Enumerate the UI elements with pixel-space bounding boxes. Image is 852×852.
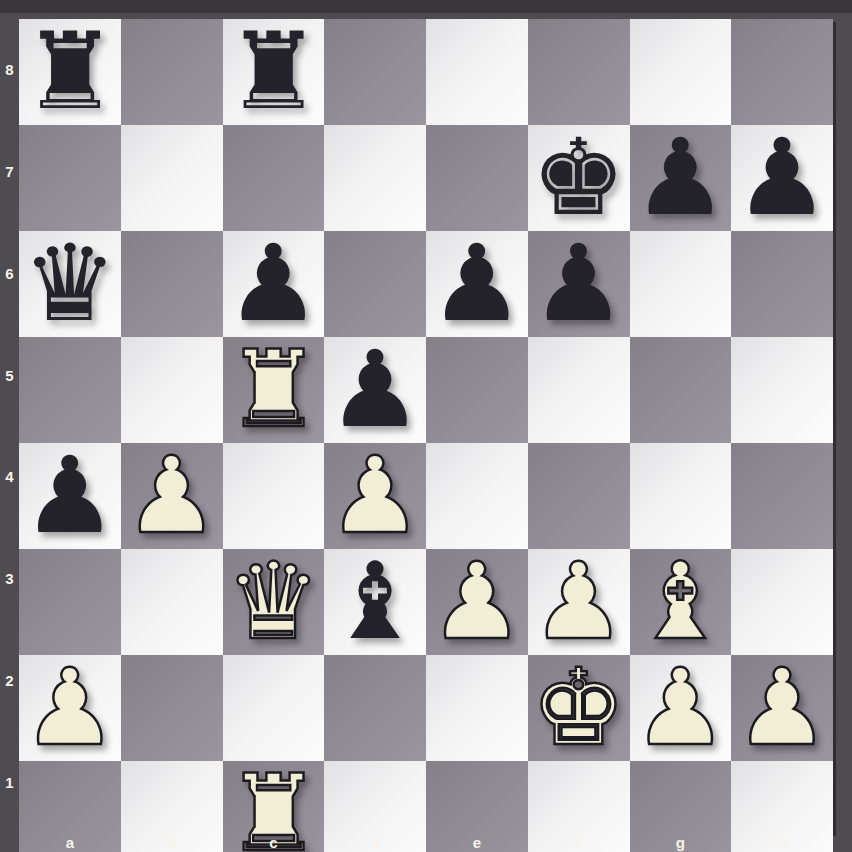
piece-white-rook[interactable]: ♜ (226, 337, 321, 443)
piece-white-pawn[interactable]: ♟ (429, 549, 524, 655)
file-label-g: g (630, 833, 732, 852)
square-c2[interactable] (223, 655, 325, 761)
square-d7[interactable] (324, 125, 426, 231)
square-b5[interactable] (121, 337, 223, 443)
square-c6[interactable]: ♟ (223, 231, 325, 337)
piece-white-pawn[interactable]: ♟ (531, 549, 626, 655)
chess-board: ♜♜♚♟♟♛♟♟♟♜♟♟♟♟♛♝♟♟♝♟♚♟♟♜ (19, 19, 833, 833)
square-e6[interactable]: ♟ (426, 231, 528, 337)
square-g8[interactable] (630, 19, 732, 125)
piece-white-king[interactable]: ♚ (531, 655, 626, 761)
file-label-d: d (324, 833, 426, 852)
square-c5[interactable]: ♜ (223, 337, 325, 443)
square-f2[interactable]: ♚ (528, 655, 630, 761)
piece-white-pawn[interactable]: ♟ (328, 443, 423, 549)
square-f4[interactable] (528, 443, 630, 549)
square-d4[interactable]: ♟ (324, 443, 426, 549)
piece-white-pawn[interactable]: ♟ (633, 655, 728, 761)
square-h3[interactable] (731, 549, 833, 655)
piece-black-bishop[interactable]: ♝ (328, 549, 423, 655)
piece-black-pawn[interactable]: ♟ (328, 337, 423, 443)
piece-white-pawn[interactable]: ♟ (124, 443, 219, 549)
square-f7[interactable]: ♚ (528, 125, 630, 231)
file-label-b: b (121, 833, 223, 852)
piece-white-bishop[interactable]: ♝ (633, 549, 728, 655)
piece-black-pawn[interactable]: ♟ (531, 231, 626, 337)
square-f6[interactable]: ♟ (528, 231, 630, 337)
square-h4[interactable] (731, 443, 833, 549)
square-h7[interactable]: ♟ (731, 125, 833, 231)
rank-label-5: 5 (0, 324, 19, 426)
square-c4[interactable] (223, 443, 325, 549)
square-e5[interactable] (426, 337, 528, 443)
square-d2[interactable] (324, 655, 426, 761)
square-b3[interactable] (121, 549, 223, 655)
square-c8[interactable]: ♜ (223, 19, 325, 125)
square-a2[interactable]: ♟ (19, 655, 121, 761)
piece-black-pawn[interactable]: ♟ (22, 443, 117, 549)
square-b7[interactable] (121, 125, 223, 231)
piece-black-pawn[interactable]: ♟ (226, 231, 321, 337)
square-a7[interactable] (19, 125, 121, 231)
rank-label-1: 1 (0, 731, 19, 833)
square-d3[interactable]: ♝ (324, 549, 426, 655)
square-b6[interactable] (121, 231, 223, 337)
square-a8[interactable]: ♜ (19, 19, 121, 125)
square-g7[interactable]: ♟ (630, 125, 732, 231)
square-h5[interactable] (731, 337, 833, 443)
square-b8[interactable] (121, 19, 223, 125)
square-d5[interactable]: ♟ (324, 337, 426, 443)
board-frame: ♜♜♚♟♟♛♟♟♟♜♟♟♟♟♛♝♟♟♝♟♚♟♟♜ 87654321 abcdef… (0, 0, 852, 852)
square-e8[interactable] (426, 19, 528, 125)
piece-white-pawn[interactable]: ♟ (735, 655, 830, 761)
square-h6[interactable] (731, 231, 833, 337)
square-b2[interactable] (121, 655, 223, 761)
file-label-h: h (731, 833, 833, 852)
square-c3[interactable]: ♛ (223, 549, 325, 655)
file-label-e: e (426, 833, 528, 852)
square-g2[interactable]: ♟ (630, 655, 732, 761)
square-g4[interactable] (630, 443, 732, 549)
piece-black-pawn[interactable]: ♟ (633, 125, 728, 231)
piece-black-king[interactable]: ♚ (531, 125, 626, 231)
piece-black-pawn[interactable]: ♟ (735, 125, 830, 231)
square-f8[interactable] (528, 19, 630, 125)
square-d6[interactable] (324, 231, 426, 337)
square-a6[interactable]: ♛ (19, 231, 121, 337)
square-a4[interactable]: ♟ (19, 443, 121, 549)
square-b4[interactable]: ♟ (121, 443, 223, 549)
square-e4[interactable] (426, 443, 528, 549)
piece-black-pawn[interactable]: ♟ (429, 231, 524, 337)
frame-top-edge (0, 0, 852, 13)
square-e2[interactable] (426, 655, 528, 761)
square-f3[interactable]: ♟ (528, 549, 630, 655)
square-g5[interactable] (630, 337, 732, 443)
piece-white-queen[interactable]: ♛ (226, 549, 321, 655)
file-label-f: f (528, 833, 630, 852)
rank-label-2: 2 (0, 630, 19, 732)
rank-label-7: 7 (0, 121, 19, 223)
square-h8[interactable] (731, 19, 833, 125)
square-f5[interactable] (528, 337, 630, 443)
square-c7[interactable] (223, 125, 325, 231)
square-a5[interactable] (19, 337, 121, 443)
square-h2[interactable]: ♟ (731, 655, 833, 761)
file-label-c: c (223, 833, 325, 852)
square-d8[interactable] (324, 19, 426, 125)
square-a3[interactable] (19, 549, 121, 655)
rank-label-3: 3 (0, 528, 19, 630)
square-g6[interactable] (630, 231, 732, 337)
rank-label-4: 4 (0, 426, 19, 528)
piece-black-queen[interactable]: ♛ (22, 231, 117, 337)
piece-black-rook[interactable]: ♜ (22, 19, 117, 125)
square-e7[interactable] (426, 125, 528, 231)
square-g3[interactable]: ♝ (630, 549, 732, 655)
square-e3[interactable]: ♟ (426, 549, 528, 655)
piece-white-pawn[interactable]: ♟ (22, 655, 117, 761)
rank-label-6: 6 (0, 223, 19, 325)
piece-black-rook[interactable]: ♜ (226, 19, 321, 125)
file-label-a: a (19, 833, 121, 852)
rank-label-8: 8 (0, 19, 19, 121)
